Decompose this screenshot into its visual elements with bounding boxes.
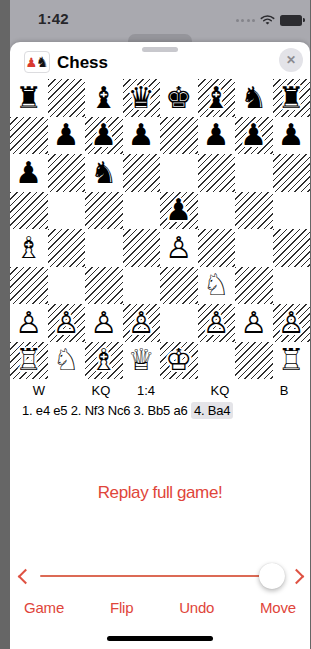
square-b1[interactable]: ♘	[48, 342, 86, 380]
move-slider-thumb[interactable]	[259, 563, 285, 589]
square-h6[interactable]	[273, 154, 311, 192]
black-castling-rights: KQ	[211, 383, 230, 398]
cellular-signal-icon	[236, 19, 256, 22]
piece-p: ♟	[240, 120, 267, 150]
square-a2[interactable]: ♙	[10, 304, 48, 342]
square-h5[interactable]	[273, 192, 311, 230]
piece-B: ♗	[15, 233, 42, 263]
square-c2[interactable]: ♙	[85, 304, 123, 342]
chess-app-icon: ♟ ♞	[24, 51, 50, 73]
piece-p: ♟	[15, 158, 42, 188]
square-h4[interactable]	[273, 229, 311, 267]
square-f8[interactable]: ♝	[198, 79, 236, 117]
square-b6[interactable]	[48, 154, 86, 192]
piece-B: ♗	[90, 345, 117, 375]
square-c1[interactable]: ♗	[85, 342, 123, 380]
square-f1[interactable]	[198, 342, 236, 380]
square-d3[interactable]	[123, 267, 161, 305]
square-e4[interactable]: ♙	[160, 229, 198, 267]
piece-p: ♟	[90, 120, 117, 150]
close-button[interactable]: ✕	[279, 48, 303, 72]
move-list[interactable]: 1. e4 e5 2. Nf3 Nc6 3. Bb5 a6 4. Ba4	[22, 403, 302, 418]
square-b5[interactable]	[48, 192, 86, 230]
piece-q: ♛	[128, 83, 155, 113]
square-d5[interactable]	[123, 192, 161, 230]
piece-b: ♝	[90, 83, 117, 113]
square-c5[interactable]	[85, 192, 123, 230]
square-c7[interactable]: ♟	[85, 117, 123, 155]
moves-played[interactable]: 1. e4 e5 2. Nf3 Nc6 3. Bb5 a6	[22, 403, 191, 418]
piece-P: ♙	[165, 233, 192, 263]
piece-P: ♙	[203, 308, 230, 338]
square-d6[interactable]	[123, 154, 161, 192]
square-g5[interactable]	[235, 192, 273, 230]
piece-P: ♙	[15, 308, 42, 338]
piece-r: ♜	[278, 83, 305, 113]
square-g3[interactable]	[235, 267, 273, 305]
step-back-chevron-icon[interactable]	[18, 569, 34, 585]
piece-p: ♟	[53, 120, 80, 150]
square-b2[interactable]: ♙	[48, 304, 86, 342]
square-a3[interactable]	[10, 267, 48, 305]
square-e6[interactable]	[160, 154, 198, 192]
piece-p: ♟	[128, 120, 155, 150]
piece-p: ♟	[165, 195, 192, 225]
piece-N: ♘	[203, 270, 230, 300]
black-knight-icon: ♞	[36, 55, 49, 69]
game-button[interactable]: Game	[24, 599, 64, 616]
square-e7[interactable]	[160, 117, 198, 155]
square-h2[interactable]: ♙	[273, 304, 311, 342]
square-a1[interactable]: ♖	[10, 342, 48, 380]
current-move[interactable]: 4. Ba4	[191, 402, 233, 419]
square-f3[interactable]: ♘	[198, 267, 236, 305]
status-bar-right	[236, 14, 303, 26]
square-g8[interactable]: ♞	[235, 79, 273, 117]
square-h1[interactable]: ♖	[273, 342, 311, 380]
piece-Q: ♕	[128, 345, 155, 375]
white-side-label: W	[33, 383, 45, 398]
piece-R: ♖	[15, 345, 42, 375]
square-a4[interactable]: ♗	[10, 229, 48, 267]
square-b7[interactable]: ♟	[48, 117, 86, 155]
square-d7[interactable]: ♟	[123, 117, 161, 155]
square-d2[interactable]: ♙	[123, 304, 161, 342]
square-b3[interactable]	[48, 267, 86, 305]
clock-time: 1:42	[38, 10, 69, 27]
piece-p: ♟	[278, 120, 305, 150]
square-h3[interactable]	[273, 267, 311, 305]
piece-P: ♙	[53, 308, 80, 338]
piece-P: ♙	[90, 308, 117, 338]
piece-K: ♔	[165, 345, 192, 375]
piece-P: ♙	[278, 308, 305, 338]
square-e1[interactable]: ♔	[160, 342, 198, 380]
piece-R: ♖	[278, 345, 305, 375]
square-g2[interactable]: ♙	[235, 304, 273, 342]
move-slider-track[interactable]	[40, 575, 267, 577]
replay-full-game-button[interactable]: Replay full game!	[10, 483, 310, 503]
move-clock: 1:4	[137, 383, 155, 398]
piece-b: ♝	[203, 83, 230, 113]
piece-P: ♙	[128, 308, 155, 338]
square-c3[interactable]	[85, 267, 123, 305]
square-h7[interactable]: ♟	[273, 117, 311, 155]
move-button[interactable]: Move	[260, 599, 296, 616]
square-g1[interactable]	[235, 342, 273, 380]
square-f7[interactable]: ♟	[198, 117, 236, 155]
flip-button[interactable]: Flip	[110, 599, 133, 616]
home-indicator[interactable]	[107, 636, 213, 641]
iphone-screen: 1:42 ♟ ♞ Chess ✕ ♜♝♛♚♝♞♜♟♟♟♟♟♟♟♞♟♗♙♘♙♙♙♙…	[10, 0, 310, 649]
square-e3[interactable]	[160, 267, 198, 305]
piece-n: ♞	[240, 83, 267, 113]
chess-sheet: ♟ ♞ Chess ✕ ♜♝♛♚♝♞♜♟♟♟♟♟♟♟♞♟♗♙♘♙♙♙♙♙♙♙♖♘…	[10, 42, 310, 649]
square-c4[interactable]	[85, 229, 123, 267]
square-f6[interactable]	[198, 154, 236, 192]
square-e5[interactable]: ♟	[160, 192, 198, 230]
undo-button[interactable]: Undo	[179, 599, 214, 616]
square-e8[interactable]: ♚	[160, 79, 198, 117]
square-f2[interactable]: ♙	[198, 304, 236, 342]
square-b8[interactable]	[48, 79, 86, 117]
square-g4[interactable]	[235, 229, 273, 267]
piece-P: ♙	[240, 308, 267, 338]
sheet-grab-handle[interactable]	[142, 47, 178, 52]
square-d4[interactable]	[123, 229, 161, 267]
square-c8[interactable]: ♝	[85, 79, 123, 117]
piece-r: ♜	[15, 83, 42, 113]
square-a7[interactable]	[10, 117, 48, 155]
square-g6[interactable]	[235, 154, 273, 192]
square-f5[interactable]	[198, 192, 236, 230]
white-castling-rights: KQ	[92, 383, 111, 398]
square-d8[interactable]: ♛	[123, 79, 161, 117]
square-f4[interactable]	[198, 229, 236, 267]
black-side-label: B	[280, 383, 289, 398]
piece-N: ♘	[53, 345, 80, 375]
square-b4[interactable]	[48, 229, 86, 267]
battery-icon	[280, 15, 302, 26]
close-icon: ✕	[286, 53, 296, 67]
square-c6[interactable]: ♞	[85, 154, 123, 192]
piece-p: ♟	[203, 120, 230, 150]
square-a5[interactable]	[10, 192, 48, 230]
chess-board: ♜♝♛♚♝♞♜♟♟♟♟♟♟♟♞♟♗♙♘♙♙♙♙♙♙♙♖♘♗♕♔♖	[10, 79, 310, 379]
step-forward-chevron-icon[interactable]	[289, 569, 305, 585]
bottom-toolbar: Game Flip Undo Move	[10, 599, 310, 616]
piece-k: ♚	[165, 83, 192, 113]
square-h8[interactable]: ♜	[273, 79, 311, 117]
square-g7[interactable]: ♟	[235, 117, 273, 155]
piece-n: ♞	[90, 158, 117, 188]
square-e2[interactable]	[160, 304, 198, 342]
page-title: Chess	[57, 53, 108, 73]
board-status-row: W KQ 1:4 KQ B	[10, 383, 310, 399]
square-d1[interactable]: ♕	[123, 342, 161, 380]
square-a8[interactable]: ♜	[10, 79, 48, 117]
wifi-icon	[259, 14, 276, 26]
square-a6[interactable]: ♟	[10, 154, 48, 192]
